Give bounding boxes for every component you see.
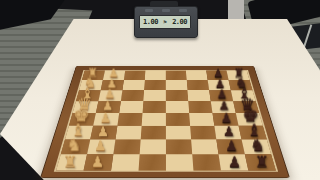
board-frame: ♜♟♟♜♞♟♟♞♝♟♟♝♛♟♟♛♚♟♟♚♝♟♟♝♞♟♟♞♜♟♟♜: [40, 66, 290, 178]
square-g5[interactable]: [166, 139, 192, 154]
square-d5[interactable]: [166, 101, 189, 113]
square-g3[interactable]: [113, 139, 140, 154]
white-pawn-h2[interactable]: ♟: [91, 155, 104, 170]
square-d6[interactable]: [188, 101, 212, 113]
square-g4[interactable]: [140, 139, 166, 154]
square-a5[interactable]: [166, 71, 187, 81]
square-a4[interactable]: [145, 71, 166, 81]
square-a6[interactable]: [186, 71, 208, 81]
white-pawn-g2[interactable]: ♟: [94, 139, 107, 153]
square-h3[interactable]: [111, 154, 140, 170]
square-c6[interactable]: [187, 90, 210, 101]
square-f6[interactable]: [190, 126, 216, 140]
square-b5[interactable]: [166, 80, 188, 90]
square-b6[interactable]: [187, 80, 209, 90]
square-c4[interactable]: [143, 90, 165, 101]
square-e3[interactable]: [117, 113, 142, 126]
square-a3[interactable]: [124, 71, 146, 81]
square-h5[interactable]: [166, 154, 194, 170]
square-e4[interactable]: [142, 113, 166, 126]
square-e6[interactable]: [189, 113, 214, 126]
square-b3[interactable]: [122, 80, 144, 90]
pillar: [228, 0, 244, 20]
square-f4[interactable]: [141, 126, 166, 140]
square-h1[interactable]: ♜: [56, 154, 87, 170]
square-b4[interactable]: [144, 80, 166, 90]
clock-buttons[interactable]: [145, 9, 187, 12]
black-pawn-h7[interactable]: ♟: [228, 155, 241, 170]
square-f5[interactable]: [166, 126, 191, 140]
white-rook-h1[interactable]: ♜: [63, 154, 77, 170]
white-knight-g1[interactable]: ♞: [67, 136, 82, 153]
square-h7[interactable]: ♟: [219, 154, 249, 170]
black-pawn-g7[interactable]: ♟: [225, 139, 238, 153]
square-h4[interactable]: [139, 154, 166, 170]
square-d3[interactable]: [119, 101, 143, 113]
square-c3[interactable]: [121, 90, 144, 101]
black-rook-h8[interactable]: ♜: [255, 154, 269, 170]
black-knight-g8[interactable]: ♞: [250, 136, 265, 153]
square-d4[interactable]: [143, 101, 166, 113]
square-e5[interactable]: [166, 113, 190, 126]
square-c5[interactable]: [166, 90, 188, 101]
square-h2[interactable]: ♟: [84, 154, 114, 170]
square-f3[interactable]: [115, 126, 141, 140]
board: ♜♟♟♜♞♟♟♞♝♟♟♝♛♟♟♛♚♟♟♚♝♟♟♝♞♟♟♞♜♟♟♜: [56, 71, 276, 171]
square-h8[interactable]: ♜: [245, 154, 276, 170]
square-h6[interactable]: [192, 154, 221, 170]
tournament-scene: 1.00 ⚑ 2.00 ♜♟♟♜♞♟♟♞♝♟♟♝♛♟♟♛♚♟♟♚♝♟♟♝♞♟♟♞…: [0, 0, 320, 180]
square-g6[interactable]: [191, 139, 218, 154]
board-wrap: ♜♟♟♜♞♟♟♞♝♟♟♝♛♟♟♛♚♟♟♚♝♟♟♝♞♟♟♞♜♟♟♜: [40, 18, 290, 178]
